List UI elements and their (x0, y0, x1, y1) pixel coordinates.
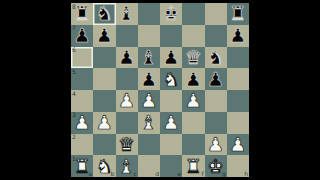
square-c3[interactable] (116, 112, 138, 134)
square-f1[interactable]: f♜ (182, 155, 204, 177)
square-g7[interactable] (205, 25, 227, 47)
piece-black-pawn[interactable]: ♟ (229, 26, 246, 45)
square-f6[interactable]: ♛ (182, 47, 204, 69)
square-f7[interactable] (182, 25, 204, 47)
square-c7[interactable] (116, 25, 138, 47)
file-label-f: f (201, 171, 203, 177)
piece-white-pawn[interactable]: ♟ (229, 134, 246, 153)
piece-white-knight[interactable]: ♞ (163, 69, 180, 88)
piece-black-queen[interactable]: ♛ (185, 47, 202, 66)
square-h4[interactable] (227, 90, 249, 112)
piece-black-pawn[interactable]: ♟ (74, 26, 91, 45)
square-c4[interactable]: ♟ (116, 90, 138, 112)
piece-white-queen[interactable]: ♛ (118, 134, 135, 153)
rank-label-2: 2 (72, 134, 76, 140)
piece-white-pawn[interactable]: ♟ (118, 91, 135, 110)
piece-black-rook[interactable]: ♜ (74, 4, 91, 23)
square-e4[interactable] (160, 90, 182, 112)
piece-black-pawn[interactable]: ♟ (118, 47, 135, 66)
square-e2[interactable] (160, 134, 182, 156)
file-label-c: c (133, 171, 136, 177)
square-d1[interactable]: d (138, 155, 160, 177)
rank-label-1: 1 (72, 156, 76, 162)
square-a8[interactable]: 8♜ (71, 3, 93, 25)
square-b3[interactable]: ♟ (93, 112, 115, 134)
square-a3[interactable]: 3♟ (71, 112, 93, 134)
rank-label-4: 4 (72, 91, 76, 97)
piece-black-knight[interactable]: ♞ (207, 47, 224, 66)
square-d4[interactable]: ♟ (138, 90, 160, 112)
square-g6[interactable]: ♞ (205, 47, 227, 69)
file-label-d: d (155, 171, 159, 177)
square-c6[interactable]: ♟ (116, 47, 138, 69)
file-label-b: b (111, 171, 115, 177)
piece-white-pawn[interactable]: ♟ (163, 113, 180, 132)
piece-white-pawn[interactable]: ♟ (207, 134, 224, 153)
square-d5[interactable]: ♟ (138, 68, 160, 90)
square-f3[interactable] (182, 112, 204, 134)
square-g3[interactable] (205, 112, 227, 134)
chess-board: 8♜♞♝♚♜7♟♟♟6♟♝♟♛♞5♟♞♟♟4♟♟♟3♟♟♝♟2♛♟♟1a♜b♞c… (71, 3, 249, 177)
square-c2[interactable]: ♛ (116, 134, 138, 156)
piece-black-bishop[interactable]: ♝ (118, 4, 135, 23)
square-a4[interactable]: 4 (71, 90, 93, 112)
square-g5[interactable]: ♟ (205, 68, 227, 90)
square-g4[interactable] (205, 90, 227, 112)
square-b2[interactable] (93, 134, 115, 156)
square-e7[interactable] (160, 25, 182, 47)
rank-label-5: 5 (72, 69, 76, 75)
square-f8[interactable] (182, 3, 204, 25)
square-g2[interactable]: ♟ (205, 134, 227, 156)
square-a7[interactable]: 7♟ (71, 25, 93, 47)
square-h7[interactable]: ♟ (227, 25, 249, 47)
square-a5[interactable]: 5 (71, 68, 93, 90)
piece-black-bishop[interactable]: ♝ (140, 47, 157, 66)
square-h3[interactable] (227, 112, 249, 134)
file-label-h: h (244, 171, 248, 177)
file-label-a: a (89, 171, 93, 177)
square-g1[interactable]: g♚ (205, 155, 227, 177)
square-h2[interactable]: ♟ (227, 134, 249, 156)
square-h8[interactable]: ♜ (227, 3, 249, 25)
square-a2[interactable]: 2 (71, 134, 93, 156)
piece-black-pawn[interactable]: ♟ (96, 26, 113, 45)
square-c1[interactable]: c♝ (116, 155, 138, 177)
square-h6[interactable] (227, 47, 249, 69)
rank-label-6: 6 (72, 47, 76, 53)
piece-black-rook[interactable]: ♜ (229, 4, 246, 23)
square-d3[interactable]: ♝ (138, 112, 160, 134)
piece-white-pawn[interactable]: ♟ (140, 91, 157, 110)
rank-label-3: 3 (72, 112, 76, 118)
square-d8[interactable] (138, 3, 160, 25)
piece-black-pawn[interactable]: ♟ (163, 47, 180, 66)
square-c5[interactable] (116, 68, 138, 90)
square-g8[interactable] (205, 3, 227, 25)
square-c8[interactable]: ♝ (116, 3, 138, 25)
square-a6[interactable]: 6 (71, 47, 93, 69)
square-b1[interactable]: b♞ (93, 155, 115, 177)
square-b7[interactable]: ♟ (93, 25, 115, 47)
piece-white-pawn[interactable]: ♟ (185, 91, 202, 110)
piece-black-pawn[interactable]: ♟ (185, 69, 202, 88)
square-e6[interactable]: ♟ (160, 47, 182, 69)
rank-label-8: 8 (72, 4, 76, 10)
file-label-g: g (222, 171, 226, 177)
piece-black-pawn[interactable]: ♟ (207, 69, 224, 88)
square-b4[interactable] (93, 90, 115, 112)
square-h5[interactable] (227, 68, 249, 90)
piece-white-pawn[interactable]: ♟ (96, 113, 113, 132)
square-b6[interactable] (93, 47, 115, 69)
square-e1[interactable]: e (160, 155, 182, 177)
square-a1[interactable]: 1a♜ (71, 155, 93, 177)
square-d7[interactable] (138, 25, 160, 47)
rank-label-7: 7 (72, 25, 76, 31)
square-b8[interactable]: ♞ (93, 3, 115, 25)
page-background: 8♜♞♝♚♜7♟♟♟6♟♝♟♛♞5♟♞♟♟4♟♟♟3♟♟♝♟2♛♟♟1a♜b♞c… (0, 0, 320, 180)
square-h1[interactable]: h (227, 155, 249, 177)
square-d2[interactable] (138, 134, 160, 156)
piece-white-rook[interactable]: ♜ (185, 156, 202, 175)
square-f4[interactable]: ♟ (182, 90, 204, 112)
piece-black-king[interactable]: ♚ (163, 4, 180, 23)
square-b5[interactable] (93, 68, 115, 90)
square-f5[interactable]: ♟ (182, 68, 204, 90)
file-label-e: e (178, 171, 182, 177)
square-d6[interactable]: ♝ (138, 47, 160, 69)
square-e3[interactable]: ♟ (160, 112, 182, 134)
piece-black-knight[interactable]: ♞ (96, 4, 113, 23)
piece-black-pawn[interactable]: ♟ (140, 69, 157, 88)
square-e8[interactable]: ♚ (160, 3, 182, 25)
piece-white-bishop[interactable]: ♝ (140, 113, 157, 132)
square-e5[interactable]: ♞ (160, 68, 182, 90)
square-f2[interactable] (182, 134, 204, 156)
piece-white-pawn[interactable]: ♟ (74, 113, 91, 132)
